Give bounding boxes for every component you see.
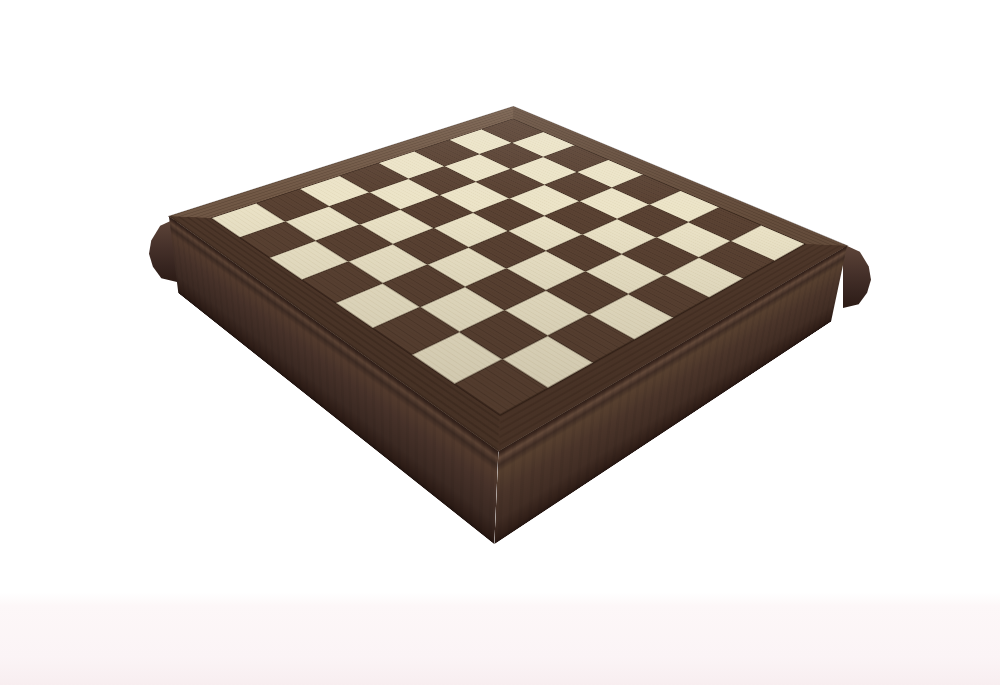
square-e1 [336, 283, 420, 328]
square-h7 [698, 241, 774, 279]
square-g6 [622, 237, 698, 274]
square-f1 [372, 307, 459, 355]
square-e2 [383, 265, 465, 307]
square-c1 [269, 241, 348, 280]
square-d1 [301, 261, 383, 303]
square-h1 [454, 359, 548, 415]
square-h2 [502, 336, 593, 388]
square-f2 [420, 287, 504, 332]
product-photo-page [0, 0, 1000, 685]
square-h4 [589, 294, 673, 340]
square-g4 [546, 272, 628, 314]
chessboard-scene [258, 0, 758, 481]
square-e3 [427, 247, 506, 286]
square-g3 [505, 290, 589, 335]
square-h5 [628, 275, 710, 318]
square-h3 [547, 314, 634, 363]
square-h6 [664, 257, 743, 297]
square-b1 [239, 221, 315, 257]
square-d3 [392, 228, 468, 265]
square-g2 [460, 310, 547, 358]
square-g5 [585, 254, 664, 294]
square-d2 [348, 244, 427, 283]
square-f4 [506, 251, 585, 291]
square-f5 [545, 234, 621, 271]
square-g1 [412, 332, 503, 384]
square-c2 [316, 225, 392, 262]
square-f3 [465, 268, 547, 310]
square-e4 [469, 231, 545, 268]
